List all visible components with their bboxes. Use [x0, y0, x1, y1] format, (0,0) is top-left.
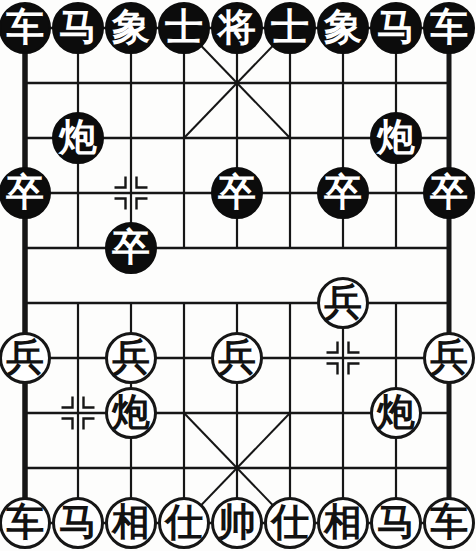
- point-e10[interactable]: 帅: [211, 496, 264, 551]
- piece-glyph: 炮: [59, 118, 97, 156]
- piece-glyph: 象: [324, 8, 362, 46]
- piece-glyph: 卒: [430, 173, 468, 211]
- point-c9[interactable]: [105, 441, 158, 496]
- point-i3[interactable]: [423, 111, 476, 166]
- point-e1[interactable]: 将: [211, 1, 264, 56]
- point-g7[interactable]: [317, 331, 370, 386]
- piece-glyph: 仕: [271, 503, 309, 541]
- piece-glyph: 相: [324, 503, 362, 541]
- point-d6[interactable]: [158, 276, 211, 331]
- point-h1[interactable]: 马: [370, 1, 423, 56]
- piece-red-soldier[interactable]: 兵: [423, 332, 475, 384]
- board-points-grid: 车马象士将士象马车炮炮卒卒卒卒卒兵兵兵兵兵炮炮车马相仕帅仕相马车: [0, 1, 476, 551]
- point-b2[interactable]: [52, 56, 105, 111]
- point-b6[interactable]: [52, 276, 105, 331]
- point-i6[interactable]: [423, 276, 476, 331]
- point-f7[interactable]: [264, 331, 317, 386]
- point-h8[interactable]: 炮: [370, 386, 423, 441]
- piece-glyph: 马: [377, 503, 415, 541]
- point-e5[interactable]: [211, 221, 264, 276]
- point-a7[interactable]: 兵: [0, 331, 52, 386]
- piece-red-chariot[interactable]: 车: [423, 497, 475, 549]
- piece-glyph: 帅: [218, 503, 256, 541]
- piece-glyph: 仕: [165, 503, 203, 541]
- point-h10[interactable]: 马: [370, 496, 423, 551]
- point-g1[interactable]: 象: [317, 1, 370, 56]
- piece-black-soldier[interactable]: 卒: [0, 167, 51, 219]
- piece-red-advisor[interactable]: 仕: [264, 497, 316, 549]
- point-h3[interactable]: 炮: [370, 111, 423, 166]
- point-h2[interactable]: [370, 56, 423, 111]
- point-b8[interactable]: [52, 386, 105, 441]
- piece-glyph: 兵: [430, 338, 468, 376]
- piece-glyph: 卒: [324, 173, 362, 211]
- point-h4[interactable]: [370, 166, 423, 221]
- point-a3[interactable]: [0, 111, 52, 166]
- point-d10[interactable]: 仕: [158, 496, 211, 551]
- point-d2[interactable]: [158, 56, 211, 111]
- piece-black-chariot[interactable]: 车: [0, 2, 51, 54]
- point-h5[interactable]: [370, 221, 423, 276]
- point-e4[interactable]: 卒: [211, 166, 264, 221]
- piece-glyph: 卒: [112, 228, 150, 266]
- point-f8[interactable]: [264, 386, 317, 441]
- piece-black-elephant[interactable]: 象: [317, 2, 369, 54]
- piece-glyph: 马: [59, 503, 97, 541]
- point-i2[interactable]: [423, 56, 476, 111]
- point-c2[interactable]: [105, 56, 158, 111]
- point-c1[interactable]: 象: [105, 1, 158, 56]
- piece-glyph: 车: [430, 8, 468, 46]
- point-a6[interactable]: [0, 276, 52, 331]
- point-i8[interactable]: [423, 386, 476, 441]
- piece-red-general[interactable]: 帅: [211, 497, 263, 549]
- point-g3[interactable]: [317, 111, 370, 166]
- point-g9[interactable]: [317, 441, 370, 496]
- piece-red-advisor[interactable]: 仕: [158, 497, 210, 549]
- point-f4[interactable]: [264, 166, 317, 221]
- point-c7[interactable]: 兵: [105, 331, 158, 386]
- piece-glyph: 卒: [218, 173, 256, 211]
- point-b9[interactable]: [52, 441, 105, 496]
- piece-glyph: 炮: [112, 393, 150, 431]
- point-b5[interactable]: [52, 221, 105, 276]
- point-d5[interactable]: [158, 221, 211, 276]
- point-e6[interactable]: [211, 276, 264, 331]
- piece-glyph: 将: [218, 8, 256, 46]
- point-g10[interactable]: 相: [317, 496, 370, 551]
- piece-red-soldier[interactable]: 兵: [211, 332, 263, 384]
- piece-glyph: 车: [6, 8, 44, 46]
- point-c3[interactable]: [105, 111, 158, 166]
- piece-red-soldier[interactable]: 兵: [0, 332, 51, 384]
- piece-glyph: 车: [430, 503, 468, 541]
- point-h7[interactable]: [370, 331, 423, 386]
- piece-red-elephant[interactable]: 相: [317, 497, 369, 549]
- point-a10[interactable]: 车: [0, 496, 52, 551]
- point-b10[interactable]: 马: [52, 496, 105, 551]
- point-d9[interactable]: [158, 441, 211, 496]
- point-e3[interactable]: [211, 111, 264, 166]
- point-d8[interactable]: [158, 386, 211, 441]
- point-i10[interactable]: 车: [423, 496, 476, 551]
- point-e8[interactable]: [211, 386, 264, 441]
- piece-red-cannon[interactable]: 炮: [370, 387, 422, 439]
- piece-black-general[interactable]: 将: [211, 2, 263, 54]
- piece-glyph: 车: [6, 503, 44, 541]
- piece-black-soldier[interactable]: 卒: [211, 167, 263, 219]
- point-e9[interactable]: [211, 441, 264, 496]
- piece-black-elephant[interactable]: 象: [105, 2, 157, 54]
- point-h9[interactable]: [370, 441, 423, 496]
- piece-black-horse[interactable]: 马: [370, 2, 422, 54]
- point-c6[interactable]: [105, 276, 158, 331]
- point-a1[interactable]: 车: [0, 1, 52, 56]
- point-d7[interactable]: [158, 331, 211, 386]
- point-g6[interactable]: 兵: [317, 276, 370, 331]
- piece-glyph: 象: [112, 8, 150, 46]
- point-d4[interactable]: [158, 166, 211, 221]
- point-e2[interactable]: [211, 56, 264, 111]
- point-g4[interactable]: 卒: [317, 166, 370, 221]
- piece-black-cannon[interactable]: 炮: [52, 112, 104, 164]
- piece-red-soldier[interactable]: 兵: [317, 277, 369, 329]
- point-d1[interactable]: 士: [158, 1, 211, 56]
- point-g5[interactable]: [317, 221, 370, 276]
- point-a2[interactable]: [0, 56, 52, 111]
- piece-black-advisor[interactable]: 士: [158, 2, 210, 54]
- point-h6[interactable]: [370, 276, 423, 331]
- point-f3[interactable]: [264, 111, 317, 166]
- point-f10[interactable]: 仕: [264, 496, 317, 551]
- xiangqi-board: 车马象士将士象马车炮炮卒卒卒卒卒兵兵兵兵兵炮炮车马相仕帅仕相马车: [0, 0, 476, 551]
- piece-red-elephant[interactable]: 相: [105, 497, 157, 549]
- point-b3[interactable]: 炮: [52, 111, 105, 166]
- piece-glyph: 兵: [6, 338, 44, 376]
- piece-glyph: 兵: [324, 283, 362, 321]
- piece-glyph: 士: [271, 8, 309, 46]
- point-f9[interactable]: [264, 441, 317, 496]
- piece-red-chariot[interactable]: 车: [0, 497, 51, 549]
- point-g8[interactable]: [317, 386, 370, 441]
- piece-glyph: 马: [377, 8, 415, 46]
- piece-red-cannon[interactable]: 炮: [105, 387, 157, 439]
- point-d3[interactable]: [158, 111, 211, 166]
- point-f6[interactable]: [264, 276, 317, 331]
- piece-black-soldier[interactable]: 卒: [105, 222, 157, 274]
- point-b1[interactable]: 马: [52, 1, 105, 56]
- point-b7[interactable]: [52, 331, 105, 386]
- point-f1[interactable]: 士: [264, 1, 317, 56]
- piece-red-horse[interactable]: 马: [52, 497, 104, 549]
- point-i9[interactable]: [423, 441, 476, 496]
- point-c5[interactable]: 卒: [105, 221, 158, 276]
- piece-red-soldier[interactable]: 兵: [105, 332, 157, 384]
- piece-glyph: 相: [112, 503, 150, 541]
- point-e7[interactable]: 兵: [211, 331, 264, 386]
- point-a9[interactable]: [0, 441, 52, 496]
- piece-black-soldier[interactable]: 卒: [317, 167, 369, 219]
- piece-black-horse[interactable]: 马: [52, 2, 104, 54]
- piece-black-advisor[interactable]: 士: [264, 2, 316, 54]
- piece-glyph: 士: [165, 8, 203, 46]
- point-i4[interactable]: 卒: [423, 166, 476, 221]
- piece-glyph: 炮: [377, 118, 415, 156]
- point-c10[interactable]: 相: [105, 496, 158, 551]
- piece-black-cannon[interactable]: 炮: [370, 112, 422, 164]
- piece-glyph: 马: [59, 8, 97, 46]
- point-g2[interactable]: [317, 56, 370, 111]
- piece-red-horse[interactable]: 马: [370, 497, 422, 549]
- point-i1[interactable]: 车: [423, 1, 476, 56]
- point-i5[interactable]: [423, 221, 476, 276]
- piece-glyph: 炮: [377, 393, 415, 431]
- point-a5[interactable]: [0, 221, 52, 276]
- point-a4[interactable]: 卒: [0, 166, 52, 221]
- piece-black-soldier[interactable]: 卒: [423, 167, 475, 219]
- piece-black-chariot[interactable]: 车: [423, 2, 475, 54]
- piece-glyph: 兵: [112, 338, 150, 376]
- point-c8[interactable]: 炮: [105, 386, 158, 441]
- point-f5[interactable]: [264, 221, 317, 276]
- piece-glyph: 兵: [218, 338, 256, 376]
- point-a8[interactable]: [0, 386, 52, 441]
- point-i7[interactable]: 兵: [423, 331, 476, 386]
- point-c4[interactable]: [105, 166, 158, 221]
- point-b4[interactable]: [52, 166, 105, 221]
- point-f2[interactable]: [264, 56, 317, 111]
- piece-glyph: 卒: [6, 173, 44, 211]
